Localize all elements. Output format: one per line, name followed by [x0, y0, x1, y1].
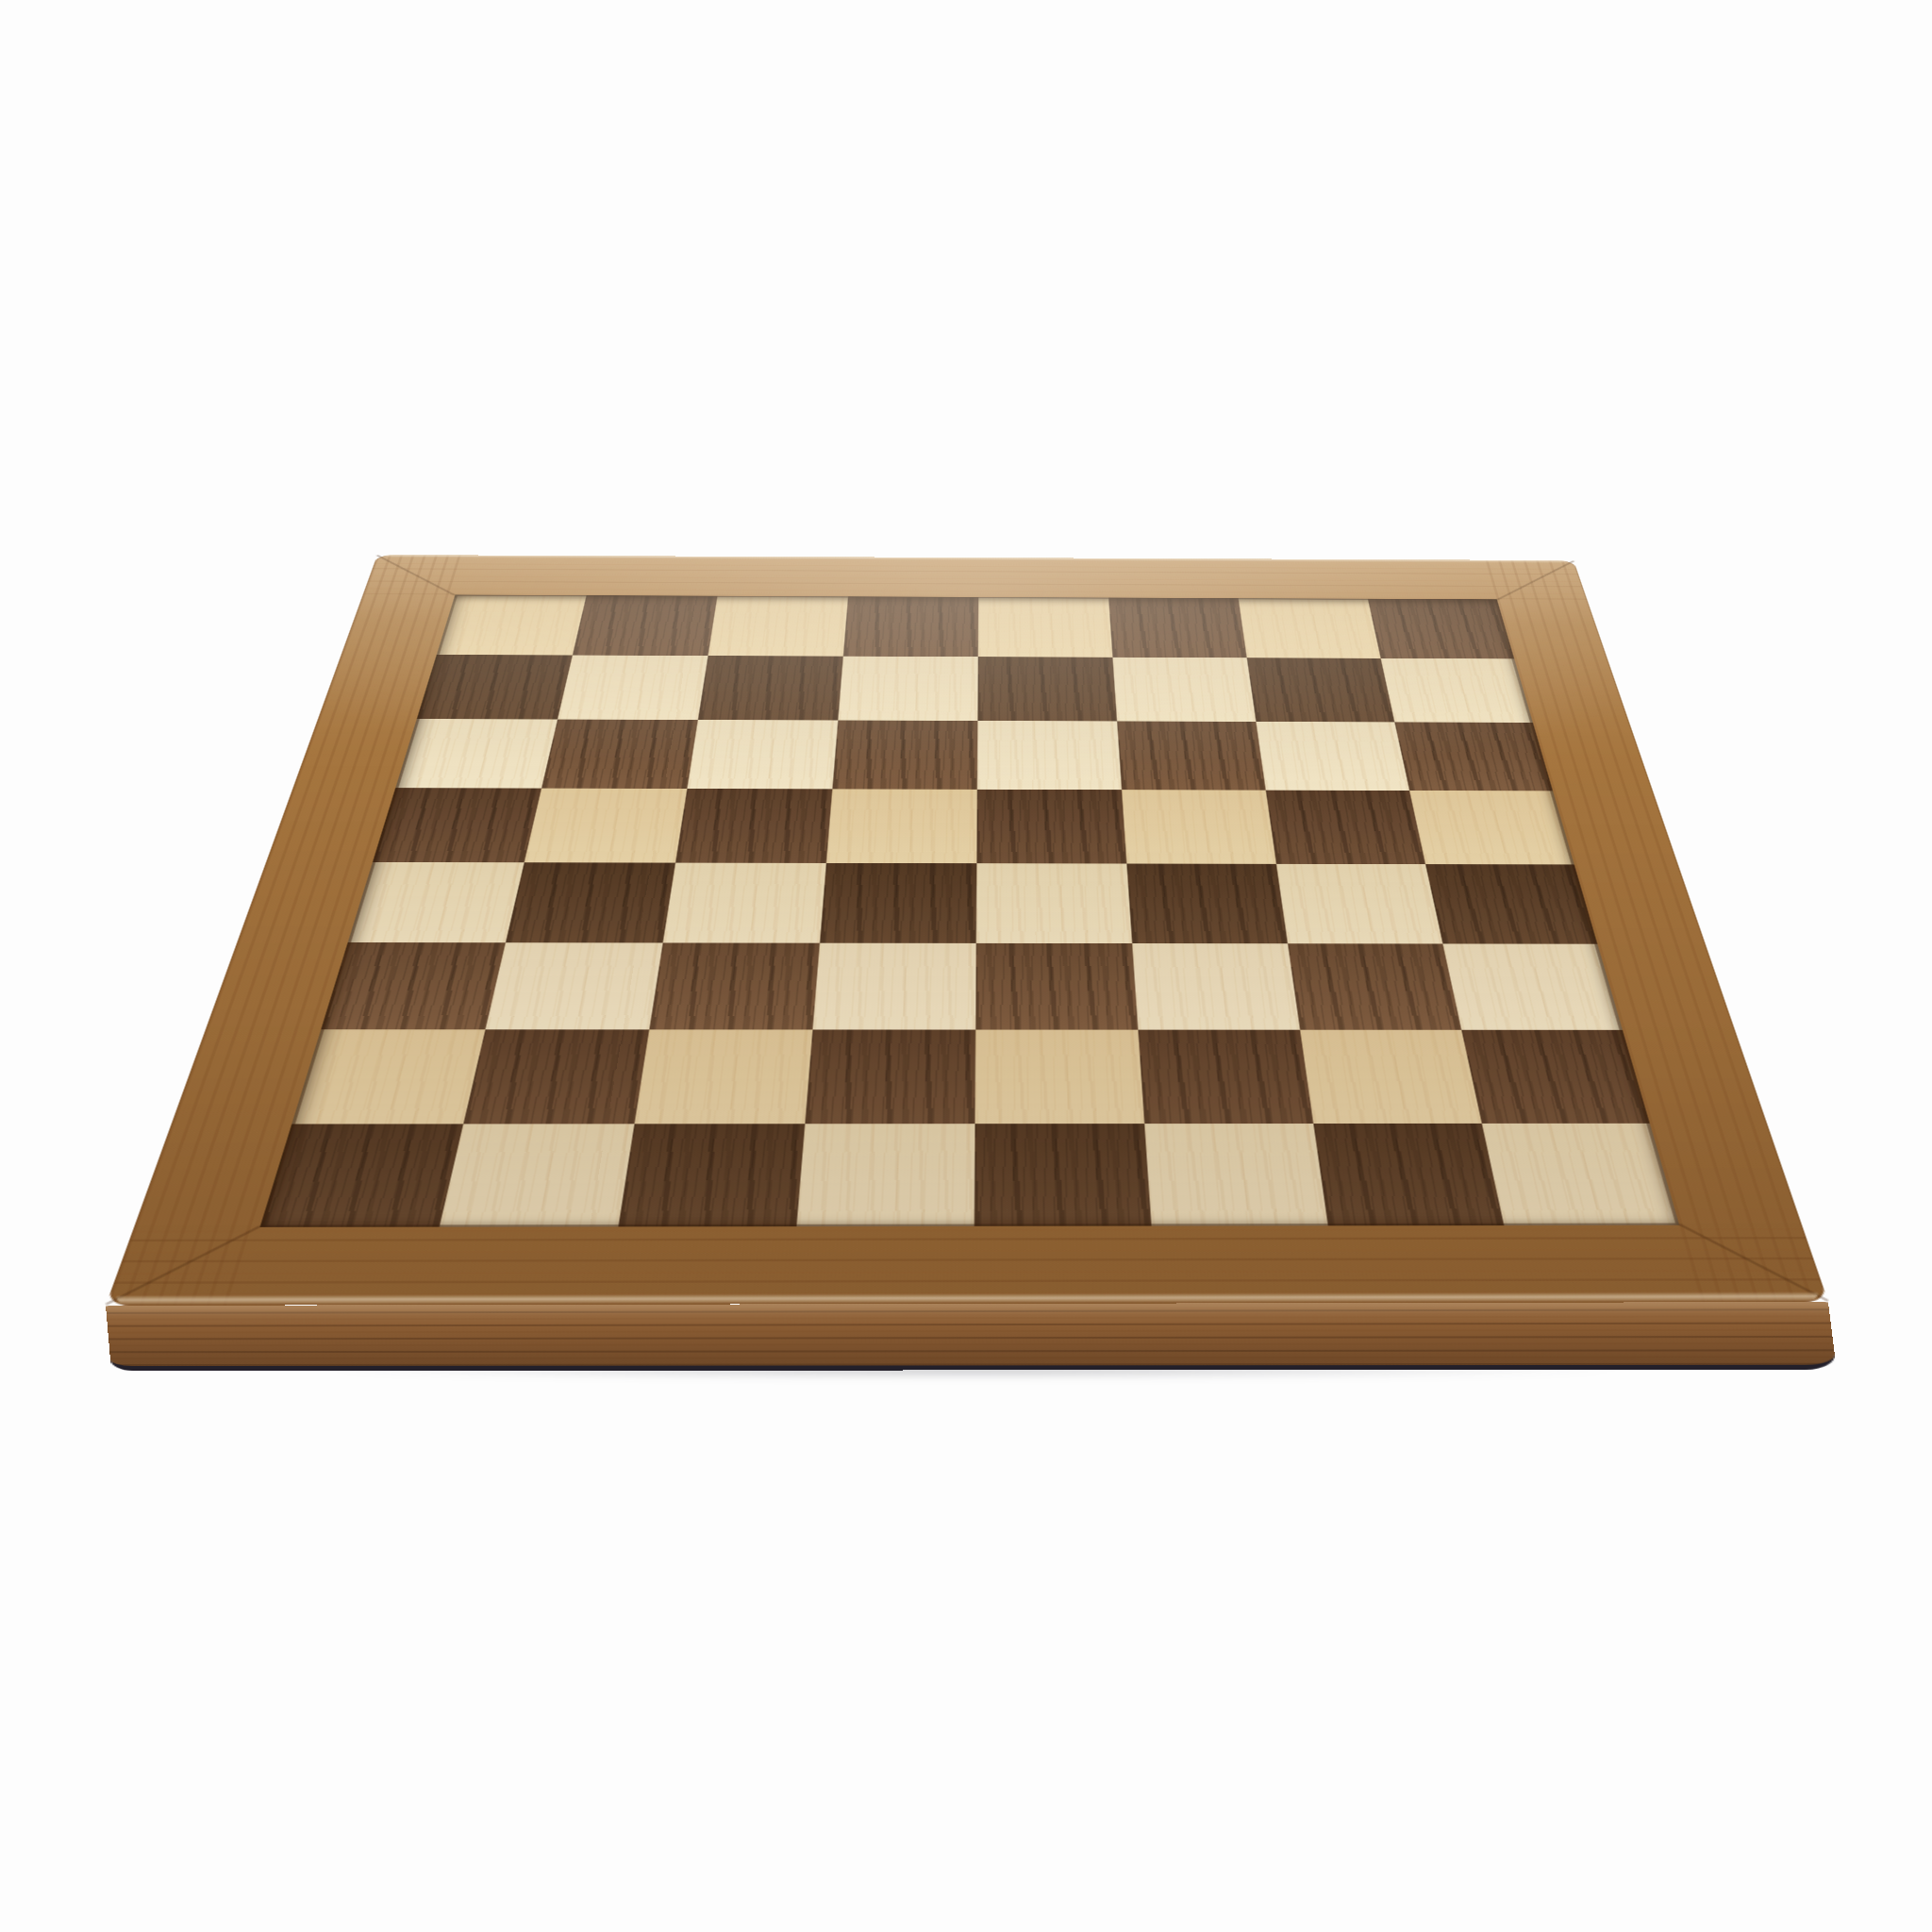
miter-seam-top-left: [376, 555, 457, 595]
square-d4: [820, 863, 976, 943]
square-a7: [417, 655, 573, 720]
square-a4: [348, 862, 525, 942]
square-h6: [1394, 722, 1553, 791]
square-e5: [976, 790, 1126, 864]
square-b4: [506, 862, 675, 942]
square-b1: [440, 1124, 635, 1226]
square-g5: [1266, 791, 1425, 865]
square-h3: [1442, 943, 1623, 1029]
square-e4: [976, 863, 1132, 943]
square-h4: [1425, 864, 1597, 944]
scene: [0, 0, 1932, 1932]
square-f4: [1126, 864, 1288, 944]
square-d2: [805, 1029, 975, 1124]
square-e6: [977, 721, 1122, 790]
square-f5: [1122, 790, 1276, 864]
miter-seam-top-right: [1496, 560, 1575, 600]
chess-board: [106, 555, 1828, 1306]
square-g2: [1300, 1030, 1482, 1124]
square-f1: [1144, 1124, 1328, 1226]
square-c5: [675, 789, 832, 863]
square-b5: [525, 789, 688, 863]
square-d3: [812, 943, 975, 1030]
square-a8: [437, 594, 587, 655]
square-h7: [1381, 658, 1533, 723]
square-d6: [832, 721, 977, 790]
square-g1: [1313, 1124, 1504, 1225]
square-b2: [463, 1029, 649, 1124]
square-c4: [663, 863, 826, 943]
square-g3: [1288, 943, 1461, 1029]
square-g8: [1239, 598, 1381, 658]
square-a5: [373, 788, 541, 862]
square-b3: [486, 942, 663, 1029]
square-e3: [975, 943, 1138, 1030]
square-d8: [843, 596, 978, 657]
square-h2: [1461, 1030, 1650, 1124]
square-a3: [321, 942, 506, 1029]
square-g4: [1276, 864, 1442, 944]
square-e2: [975, 1030, 1145, 1124]
square-c2: [635, 1029, 813, 1124]
square-f6: [1117, 721, 1266, 790]
square-g7: [1247, 658, 1395, 722]
miter-seam-bottom-right: [1678, 1224, 1829, 1302]
square-c3: [649, 942, 820, 1029]
square-d1: [796, 1124, 974, 1226]
square-c6: [687, 720, 838, 789]
square-e7: [977, 657, 1117, 721]
square-a1: [260, 1124, 464, 1226]
square-b6: [541, 720, 698, 789]
square-b7: [558, 656, 708, 720]
frame-band-bottom: [106, 1225, 1828, 1306]
playing-grid: [260, 594, 1680, 1226]
board-side-face: [106, 1302, 1837, 1371]
square-c7: [698, 656, 843, 720]
miter-seam-bottom-left: [105, 1225, 261, 1306]
square-h8: [1368, 599, 1514, 659]
square-h5: [1409, 791, 1574, 864]
square-e1: [974, 1124, 1152, 1226]
square-f2: [1138, 1030, 1313, 1124]
square-c8: [708, 596, 849, 657]
square-e8: [978, 597, 1113, 658]
far-edge-highlight: [383, 555, 1569, 563]
square-a2: [291, 1029, 485, 1124]
square-f3: [1132, 943, 1300, 1030]
square-f7: [1112, 658, 1256, 722]
square-a6: [395, 719, 558, 789]
square-g6: [1256, 722, 1409, 791]
frame-band-top: [363, 555, 1588, 600]
square-h1: [1482, 1124, 1679, 1225]
square-d5: [826, 789, 977, 863]
square-d7: [838, 657, 978, 721]
square-c1: [618, 1124, 805, 1226]
square-b8: [573, 595, 718, 656]
square-f8: [1108, 598, 1247, 658]
